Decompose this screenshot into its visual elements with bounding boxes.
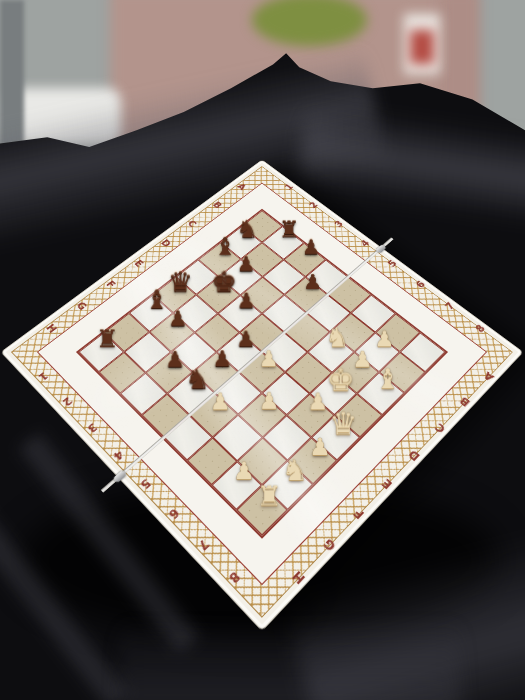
piece-black-pawn[interactable]: ♟ <box>163 304 193 334</box>
chess-board: HH11GG22FF33EE44DD55CC66BB77AA88 ♜♝♛♝♞♟♚… <box>78 172 446 532</box>
pawn-glyph: ♟ <box>168 308 188 329</box>
piece-black-pawn[interactable]: ♟ <box>297 267 326 296</box>
square-h1[interactable]: ♜ <box>79 332 125 372</box>
bishop-glyph: ♝ <box>375 366 400 393</box>
rook-glyph: ♜ <box>257 482 282 510</box>
inner-rim: ♜♝♛♝♞♟♚♟♜♟♟♟♞♟♟♟♟♟♟♞♟♟♚♟♟♜♞♟♛♝ <box>37 183 487 586</box>
piece-white-pawn[interactable]: ♟ <box>253 385 285 417</box>
pawn-glyph: ♟ <box>236 289 255 310</box>
pawn-glyph: ♟ <box>301 237 319 257</box>
hinge <box>113 470 127 483</box>
piece-white-pawn[interactable]: ♟ <box>204 385 236 417</box>
pawn-glyph: ♟ <box>307 390 328 413</box>
piece-white-pawn[interactable]: ♟ <box>253 343 284 374</box>
pawn-glyph: ♟ <box>258 390 279 413</box>
photo-scene: HH11GG22FF33EE44DD55CC66BB77AA88 ♜♝♛♝♞♟♚… <box>0 0 525 700</box>
piece-black-rook[interactable]: ♜ <box>92 323 123 353</box>
pawn-glyph: ♟ <box>237 254 256 274</box>
square-f6[interactable]: ♟ <box>238 393 286 437</box>
pawn-glyph: ♟ <box>259 348 279 370</box>
street-sign-red <box>410 30 434 64</box>
rook-glyph: ♜ <box>96 326 118 350</box>
piece-black-pawn[interactable]: ♟ <box>296 233 324 261</box>
piece-black-pawn[interactable]: ♟ <box>231 285 261 314</box>
pawn-glyph: ♟ <box>210 390 231 413</box>
piece-white-bishop[interactable]: ♝ <box>372 364 404 395</box>
pawn-glyph: ♟ <box>303 271 322 292</box>
piece-white-rook[interactable]: ♜ <box>252 478 287 512</box>
pawn-glyph: ♟ <box>212 348 232 370</box>
